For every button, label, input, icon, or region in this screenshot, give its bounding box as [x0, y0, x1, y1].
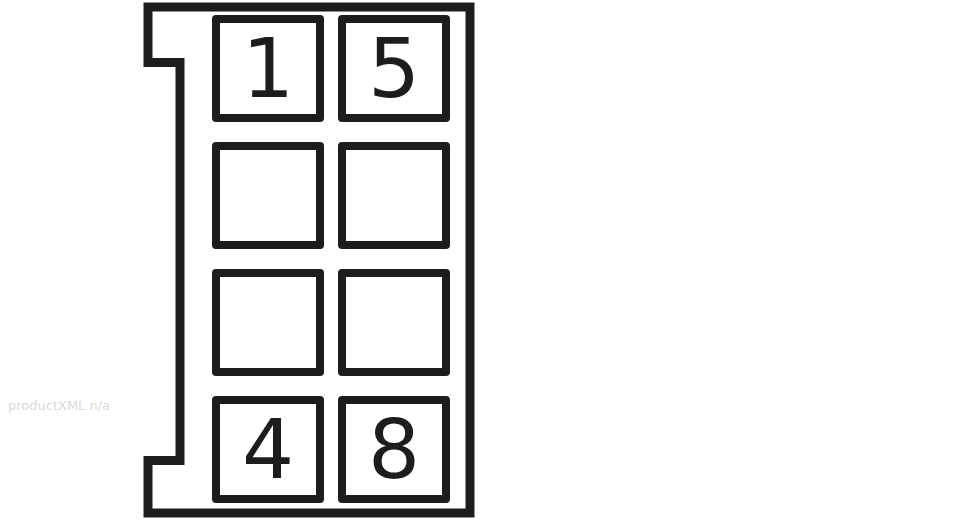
cavity-6 [338, 142, 450, 249]
cavity-2 [212, 142, 324, 249]
cavity-3 [212, 269, 324, 376]
cavity-4: 4 [212, 396, 324, 503]
cavity-1: 1 [212, 15, 324, 122]
cavity-5: 5 [338, 15, 450, 122]
connector-housing-outline [0, 0, 970, 520]
cavity-7 [338, 269, 450, 376]
cavity-grid: 1 5 4 8 [212, 15, 450, 503]
cavity-8: 8 [338, 396, 450, 503]
diagram-canvas: productXML n/a 1 5 4 8 [0, 0, 970, 520]
